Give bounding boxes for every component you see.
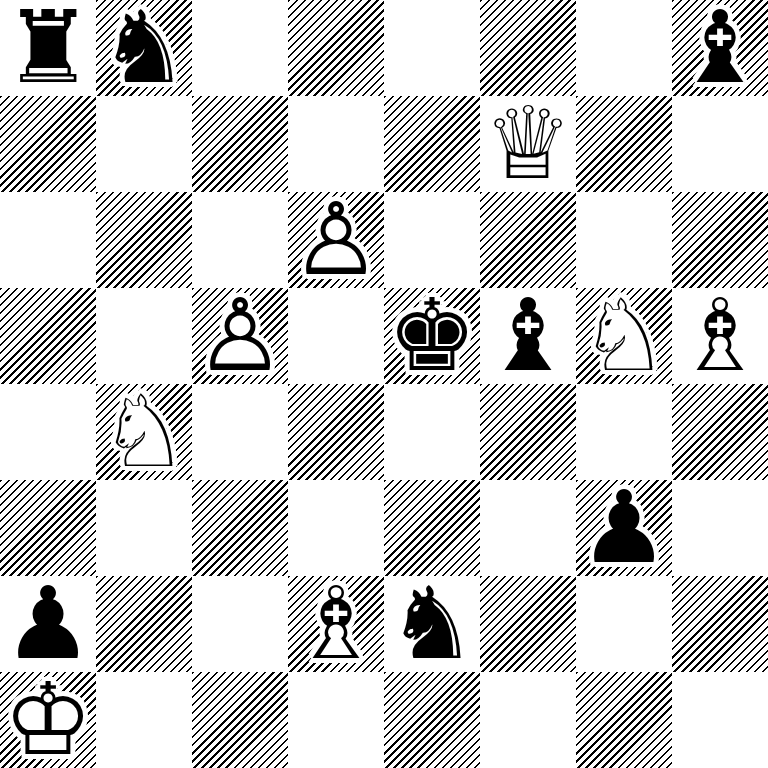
square-a5[interactable] <box>0 288 96 384</box>
white-king-icon: ♔ <box>0 672 96 768</box>
black-pawn-g3[interactable]: ♟♟ <box>576 480 672 576</box>
square-f1[interactable] <box>480 672 576 768</box>
square-f6[interactable] <box>480 192 576 288</box>
black-knight-e2[interactable]: ♞♞ <box>384 576 480 672</box>
white-queen-f7[interactable]: ♛♕ <box>480 96 576 192</box>
square-g7[interactable] <box>576 96 672 192</box>
square-b1[interactable] <box>96 672 192 768</box>
square-c6[interactable] <box>192 192 288 288</box>
white-king-a1[interactable]: ♚♔ <box>0 672 96 768</box>
black-pawn-icon: ♟ <box>576 480 672 576</box>
white-knight-icon: ♘ <box>576 288 672 384</box>
square-e3[interactable] <box>384 480 480 576</box>
square-e6[interactable] <box>384 192 480 288</box>
square-a2[interactable]: ♟♟ <box>0 576 96 672</box>
white-pawn-icon: ♙ <box>192 288 288 384</box>
white-knight-icon: ♘ <box>96 384 192 480</box>
square-h3[interactable] <box>672 480 768 576</box>
square-h7[interactable] <box>672 96 768 192</box>
black-pawn-icon: ♟ <box>0 576 96 672</box>
square-f4[interactable] <box>480 384 576 480</box>
square-a6[interactable] <box>0 192 96 288</box>
square-h1[interactable] <box>672 672 768 768</box>
square-d8[interactable] <box>288 0 384 96</box>
black-knight-b8[interactable]: ♞♞ <box>96 0 192 96</box>
square-h2[interactable] <box>672 576 768 672</box>
square-a7[interactable] <box>0 96 96 192</box>
square-b3[interactable] <box>96 480 192 576</box>
white-pawn-icon: ♙ <box>288 192 384 288</box>
square-d4[interactable] <box>288 384 384 480</box>
chess-board: ♜♜♞♞♝♝♛♕♟♙♟♙♚♚♝♝♞♘♝♗♞♘♟♟♟♟♝♗♞♞♚♔ <box>0 0 768 768</box>
square-c8[interactable] <box>192 0 288 96</box>
square-d1[interactable] <box>288 672 384 768</box>
square-e8[interactable] <box>384 0 480 96</box>
black-bishop-icon: ♝ <box>672 0 768 96</box>
square-f3[interactable] <box>480 480 576 576</box>
square-b5[interactable] <box>96 288 192 384</box>
white-queen-icon: ♕ <box>480 96 576 192</box>
square-h5[interactable]: ♝♗ <box>672 288 768 384</box>
black-king-icon: ♚ <box>384 288 480 384</box>
black-king-e5[interactable]: ♚♚ <box>384 288 480 384</box>
black-bishop-icon: ♝ <box>480 288 576 384</box>
square-d3[interactable] <box>288 480 384 576</box>
white-pawn-d6[interactable]: ♟♙ <box>288 192 384 288</box>
square-d5[interactable] <box>288 288 384 384</box>
black-knight-icon: ♞ <box>384 576 480 672</box>
square-e5[interactable]: ♚♚ <box>384 288 480 384</box>
square-d2[interactable]: ♝♗ <box>288 576 384 672</box>
square-e7[interactable] <box>384 96 480 192</box>
white-knight-b4[interactable]: ♞♘ <box>96 384 192 480</box>
square-f8[interactable] <box>480 0 576 96</box>
square-b6[interactable] <box>96 192 192 288</box>
black-bishop-h8[interactable]: ♝♝ <box>672 0 768 96</box>
square-g3[interactable]: ♟♟ <box>576 480 672 576</box>
black-rook-a8[interactable]: ♜♜ <box>0 0 96 96</box>
white-bishop-d2[interactable]: ♝♗ <box>288 576 384 672</box>
square-g5[interactable]: ♞♘ <box>576 288 672 384</box>
square-c2[interactable] <box>192 576 288 672</box>
square-a1[interactable]: ♚♔ <box>0 672 96 768</box>
square-h8[interactable]: ♝♝ <box>672 0 768 96</box>
square-d7[interactable] <box>288 96 384 192</box>
black-rook-icon: ♜ <box>0 0 96 96</box>
square-f5[interactable]: ♝♝ <box>480 288 576 384</box>
black-bishop-f5[interactable]: ♝♝ <box>480 288 576 384</box>
white-bishop-icon: ♗ <box>672 288 768 384</box>
black-knight-icon: ♞ <box>96 0 192 96</box>
square-g1[interactable] <box>576 672 672 768</box>
square-g2[interactable] <box>576 576 672 672</box>
square-b4[interactable]: ♞♘ <box>96 384 192 480</box>
square-a8[interactable]: ♜♜ <box>0 0 96 96</box>
square-g6[interactable] <box>576 192 672 288</box>
square-a3[interactable] <box>0 480 96 576</box>
square-b7[interactable] <box>96 96 192 192</box>
square-h4[interactable] <box>672 384 768 480</box>
square-e1[interactable] <box>384 672 480 768</box>
white-bishop-icon: ♗ <box>288 576 384 672</box>
square-f2[interactable] <box>480 576 576 672</box>
white-knight-g5[interactable]: ♞♘ <box>576 288 672 384</box>
square-h6[interactable] <box>672 192 768 288</box>
square-g4[interactable] <box>576 384 672 480</box>
white-pawn-c5[interactable]: ♟♙ <box>192 288 288 384</box>
square-c1[interactable] <box>192 672 288 768</box>
square-e4[interactable] <box>384 384 480 480</box>
square-f7[interactable]: ♛♕ <box>480 96 576 192</box>
white-bishop-h5[interactable]: ♝♗ <box>672 288 768 384</box>
square-d6[interactable]: ♟♙ <box>288 192 384 288</box>
square-c5[interactable]: ♟♙ <box>192 288 288 384</box>
square-c3[interactable] <box>192 480 288 576</box>
square-a4[interactable] <box>0 384 96 480</box>
square-e2[interactable]: ♞♞ <box>384 576 480 672</box>
square-b8[interactable]: ♞♞ <box>96 0 192 96</box>
square-c4[interactable] <box>192 384 288 480</box>
square-c7[interactable] <box>192 96 288 192</box>
square-g8[interactable] <box>576 0 672 96</box>
black-pawn-a2[interactable]: ♟♟ <box>0 576 96 672</box>
square-b2[interactable] <box>96 576 192 672</box>
